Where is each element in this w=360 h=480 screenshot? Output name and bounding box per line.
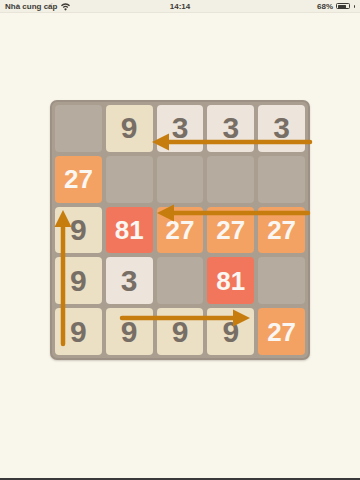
tile-3: 3 — [106, 257, 153, 304]
tile-81: 81 — [106, 207, 153, 254]
tile-3: 3 — [157, 105, 204, 152]
empty-cell — [157, 156, 204, 203]
tile-9: 9 — [207, 308, 254, 355]
tile-9: 9 — [55, 257, 102, 304]
empty-cell — [207, 156, 254, 203]
tile-9: 9 — [106, 308, 153, 355]
tile-27: 27 — [55, 156, 102, 203]
tile-27: 27 — [157, 207, 204, 254]
empty-cell — [55, 105, 102, 152]
empty-cell — [157, 257, 204, 304]
tile-3: 3 — [207, 105, 254, 152]
game-board[interactable]: 9333279812727279381999927 — [50, 100, 310, 360]
carrier-label: Nhà cung cấp — [5, 2, 57, 11]
battery-fill — [338, 5, 346, 8]
tile-27: 27 — [207, 207, 254, 254]
empty-cell — [258, 156, 305, 203]
tile-27: 27 — [258, 207, 305, 254]
wifi-icon — [60, 2, 71, 11]
empty-cell — [106, 156, 153, 203]
tile-9: 9 — [157, 308, 204, 355]
battery-percent-label: 68% — [317, 2, 333, 11]
tile-9: 9 — [106, 105, 153, 152]
battery-tip — [354, 5, 356, 8]
tile-9: 9 — [55, 308, 102, 355]
tile-27: 27 — [258, 308, 305, 355]
tile-9: 9 — [55, 207, 102, 254]
tile-3: 3 — [258, 105, 305, 152]
status-bar: Nhà cung cấp 14:14 68% — [0, 0, 360, 13]
empty-cell — [258, 257, 305, 304]
tile-81: 81 — [207, 257, 254, 304]
battery-icon — [336, 3, 350, 9]
